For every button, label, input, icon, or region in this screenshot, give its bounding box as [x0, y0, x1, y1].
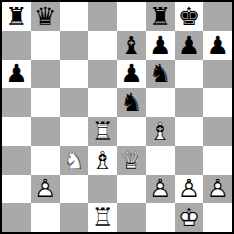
square-c1[interactable] — [60, 203, 89, 232]
square-d4[interactable]: ♜♖ — [88, 117, 117, 146]
black-knight-piece: ♞ — [146, 60, 174, 88]
square-c2[interactable] — [60, 175, 89, 204]
square-h5[interactable] — [203, 88, 232, 117]
square-e3[interactable]: ♛♕ — [117, 146, 146, 175]
square-d6[interactable] — [88, 60, 117, 89]
square-f3[interactable] — [146, 146, 175, 175]
white-king-piece: ♚♔ — [175, 204, 203, 232]
white-bishop-piece: ♝♗ — [146, 117, 174, 145]
black-pawn-piece: ♟ — [117, 60, 145, 88]
white-knight-piece: ♞♘ — [60, 146, 88, 174]
square-b1[interactable] — [31, 203, 60, 232]
square-c3[interactable]: ♞♘ — [60, 146, 89, 175]
square-e4[interactable] — [117, 117, 146, 146]
square-f6[interactable]: ♞ — [146, 60, 175, 89]
square-e8[interactable] — [117, 2, 146, 31]
black-king-piece: ♚ — [175, 2, 203, 30]
square-c4[interactable] — [60, 117, 89, 146]
square-e7[interactable]: ♝ — [117, 31, 146, 60]
square-a4[interactable] — [2, 117, 31, 146]
square-a5[interactable] — [2, 88, 31, 117]
square-d3[interactable]: ♝♗ — [88, 146, 117, 175]
white-pawn-piece: ♟♙ — [204, 175, 232, 203]
square-g1[interactable]: ♚♔ — [175, 203, 204, 232]
square-e1[interactable] — [117, 203, 146, 232]
white-queen-piece: ♛♕ — [117, 146, 145, 174]
white-pawn-piece: ♟♙ — [175, 175, 203, 203]
square-g8[interactable]: ♚ — [175, 2, 204, 31]
square-f7[interactable]: ♟ — [146, 31, 175, 60]
square-d2[interactable] — [88, 175, 117, 204]
chess-board: ♜♛♜♚♝♟♟♟♟♟♞♞♜♖♝♗♞♘♝♗♛♕♟♙♟♙♟♙♟♙♜♖♚♔ — [0, 0, 234, 234]
square-g2[interactable]: ♟♙ — [175, 175, 204, 204]
square-b7[interactable] — [31, 31, 60, 60]
black-pawn-piece: ♟ — [175, 31, 203, 59]
square-e5[interactable]: ♞ — [117, 88, 146, 117]
square-h6[interactable] — [203, 60, 232, 89]
square-b8[interactable]: ♛ — [31, 2, 60, 31]
square-a6[interactable]: ♟ — [2, 60, 31, 89]
square-h2[interactable]: ♟♙ — [203, 175, 232, 204]
square-d5[interactable] — [88, 88, 117, 117]
square-b5[interactable] — [31, 88, 60, 117]
white-rook-piece: ♜♖ — [89, 204, 117, 232]
square-h7[interactable]: ♟ — [203, 31, 232, 60]
square-a3[interactable] — [2, 146, 31, 175]
square-b3[interactable] — [31, 146, 60, 175]
square-f1[interactable] — [146, 203, 175, 232]
square-h4[interactable] — [203, 117, 232, 146]
square-e6[interactable]: ♟ — [117, 60, 146, 89]
square-h1[interactable] — [203, 203, 232, 232]
black-rook-piece: ♜ — [146, 2, 174, 30]
square-c7[interactable] — [60, 31, 89, 60]
white-pawn-piece: ♟♙ — [31, 175, 59, 203]
white-bishop-piece: ♝♗ — [89, 146, 117, 174]
square-f8[interactable]: ♜ — [146, 2, 175, 31]
square-b4[interactable] — [31, 117, 60, 146]
square-h3[interactable] — [203, 146, 232, 175]
square-g5[interactable] — [175, 88, 204, 117]
square-d1[interactable]: ♜♖ — [88, 203, 117, 232]
black-pawn-piece: ♟ — [204, 31, 232, 59]
white-pawn-piece: ♟♙ — [146, 175, 174, 203]
square-d8[interactable] — [88, 2, 117, 31]
square-g7[interactable]: ♟ — [175, 31, 204, 60]
square-f2[interactable]: ♟♙ — [146, 175, 175, 204]
black-bishop-piece: ♝ — [117, 31, 145, 59]
white-rook-piece: ♜♖ — [89, 117, 117, 145]
black-pawn-piece: ♟ — [2, 60, 30, 88]
square-h8[interactable] — [203, 2, 232, 31]
square-c5[interactable] — [60, 88, 89, 117]
square-c8[interactable] — [60, 2, 89, 31]
square-b6[interactable] — [31, 60, 60, 89]
square-g6[interactable] — [175, 60, 204, 89]
square-b2[interactable]: ♟♙ — [31, 175, 60, 204]
square-a7[interactable] — [2, 31, 31, 60]
black-pawn-piece: ♟ — [146, 31, 174, 59]
square-d7[interactable] — [88, 31, 117, 60]
square-a1[interactable] — [2, 203, 31, 232]
square-c6[interactable] — [60, 60, 89, 89]
square-a8[interactable]: ♜ — [2, 2, 31, 31]
square-f4[interactable]: ♝♗ — [146, 117, 175, 146]
square-a2[interactable] — [2, 175, 31, 204]
square-e2[interactable] — [117, 175, 146, 204]
square-g3[interactable] — [175, 146, 204, 175]
black-queen-piece: ♛ — [31, 2, 59, 30]
square-g4[interactable] — [175, 117, 204, 146]
black-rook-piece: ♜ — [2, 2, 30, 30]
black-knight-piece: ♞ — [117, 89, 145, 117]
square-f5[interactable] — [146, 88, 175, 117]
